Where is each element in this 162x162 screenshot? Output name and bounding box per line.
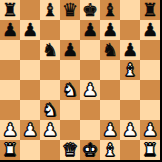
- square-f1[interactable]: ♝: [100, 140, 120, 160]
- piece-black-bishop[interactable]: ♝: [42, 0, 58, 20]
- square-g1[interactable]: [120, 140, 140, 160]
- square-e5[interactable]: [80, 60, 100, 80]
- square-h3[interactable]: [140, 100, 160, 120]
- piece-white-knight[interactable]: ♞: [42, 100, 58, 120]
- square-f2[interactable]: ♟: [100, 120, 120, 140]
- square-a3[interactable]: [0, 100, 20, 120]
- square-b1[interactable]: [20, 140, 40, 160]
- piece-white-pawn[interactable]: ♟: [82, 80, 98, 100]
- square-f7[interactable]: ♟: [100, 20, 120, 40]
- piece-black-pawn[interactable]: ♟: [22, 20, 38, 40]
- piece-white-pawn[interactable]: ♟: [22, 120, 38, 140]
- piece-black-rook[interactable]: ♜: [2, 0, 18, 20]
- square-b5[interactable]: [20, 60, 40, 80]
- square-e2[interactable]: [80, 120, 100, 140]
- piece-white-pawn[interactable]: ♟: [2, 120, 18, 140]
- square-h4[interactable]: [140, 80, 160, 100]
- square-c1[interactable]: [40, 140, 60, 160]
- square-f4[interactable]: [100, 80, 120, 100]
- piece-black-knight[interactable]: ♞: [42, 40, 58, 60]
- square-a8[interactable]: ♜: [0, 0, 20, 20]
- square-h8[interactable]: ♜: [140, 0, 160, 20]
- piece-black-knight[interactable]: ♞: [102, 40, 118, 60]
- square-d8[interactable]: ♛: [60, 0, 80, 20]
- square-d4[interactable]: ♞: [60, 80, 80, 100]
- square-b8[interactable]: [20, 0, 40, 20]
- piece-white-bishop[interactable]: ♝: [102, 140, 118, 160]
- piece-white-pawn[interactable]: ♟: [42, 120, 58, 140]
- square-c4[interactable]: [40, 80, 60, 100]
- square-b4[interactable]: [20, 80, 40, 100]
- square-f5[interactable]: [100, 60, 120, 80]
- square-d3[interactable]: [60, 100, 80, 120]
- square-g5[interactable]: ♝: [120, 60, 140, 80]
- piece-black-pawn[interactable]: ♟: [122, 40, 138, 60]
- square-f6[interactable]: ♞: [100, 40, 120, 60]
- piece-black-pawn[interactable]: ♟: [62, 40, 78, 60]
- piece-white-rook[interactable]: ♜: [2, 140, 18, 160]
- square-b3[interactable]: [20, 100, 40, 120]
- piece-white-knight[interactable]: ♞: [62, 80, 78, 100]
- piece-black-bishop[interactable]: ♝: [102, 0, 118, 20]
- square-d5[interactable]: [60, 60, 80, 80]
- square-e7[interactable]: ♟: [80, 20, 100, 40]
- square-h6[interactable]: [140, 40, 160, 60]
- square-e6[interactable]: [80, 40, 100, 60]
- square-e4[interactable]: ♟: [80, 80, 100, 100]
- piece-white-pawn[interactable]: ♟: [102, 120, 118, 140]
- square-f8[interactable]: ♝: [100, 0, 120, 20]
- piece-white-pawn[interactable]: ♟: [122, 120, 138, 140]
- square-h2[interactable]: ♟: [140, 120, 160, 140]
- square-c8[interactable]: ♝: [40, 0, 60, 20]
- piece-white-pawn[interactable]: ♟: [142, 120, 158, 140]
- square-f3[interactable]: [100, 100, 120, 120]
- square-b2[interactable]: ♟: [20, 120, 40, 140]
- square-c6[interactable]: ♞: [40, 40, 60, 60]
- piece-black-pawn[interactable]: ♟: [102, 20, 118, 40]
- square-a6[interactable]: [0, 40, 20, 60]
- piece-black-pawn[interactable]: ♟: [142, 20, 158, 40]
- square-b6[interactable]: [20, 40, 40, 60]
- square-b7[interactable]: ♟: [20, 20, 40, 40]
- square-c7[interactable]: [40, 20, 60, 40]
- square-g6[interactable]: ♟: [120, 40, 140, 60]
- square-g2[interactable]: ♟: [120, 120, 140, 140]
- square-g3[interactable]: [120, 100, 140, 120]
- square-h1[interactable]: ♜: [140, 140, 160, 160]
- square-a1[interactable]: ♜: [0, 140, 20, 160]
- square-g4[interactable]: [120, 80, 140, 100]
- square-e3[interactable]: [80, 100, 100, 120]
- square-e8[interactable]: ♚: [80, 0, 100, 20]
- chess-board: ♜♝♛♚♝♜♟♟♟♟♟♞♟♞♟♝♞♟♞♟♟♟♟♟♟♜♛♚♝♜: [0, 0, 160, 160]
- square-c3[interactable]: ♞: [40, 100, 60, 120]
- square-a4[interactable]: [0, 80, 20, 100]
- piece-black-pawn[interactable]: ♟: [82, 20, 98, 40]
- square-g7[interactable]: [120, 20, 140, 40]
- square-d1[interactable]: ♛: [60, 140, 80, 160]
- chess-board-frame: ♜♝♛♚♝♜♟♟♟♟♟♞♟♞♟♝♞♟♞♟♟♟♟♟♟♜♛♚♝♜: [0, 0, 162, 162]
- square-g8[interactable]: [120, 0, 140, 20]
- piece-white-bishop[interactable]: ♝: [122, 60, 138, 80]
- piece-white-king[interactable]: ♚: [82, 140, 98, 160]
- square-e1[interactable]: ♚: [80, 140, 100, 160]
- piece-black-pawn[interactable]: ♟: [2, 20, 18, 40]
- square-d2[interactable]: [60, 120, 80, 140]
- square-a7[interactable]: ♟: [0, 20, 20, 40]
- square-h5[interactable]: [140, 60, 160, 80]
- piece-black-rook[interactable]: ♜: [142, 0, 158, 20]
- square-d7[interactable]: [60, 20, 80, 40]
- piece-black-king[interactable]: ♚: [82, 0, 98, 20]
- piece-white-queen[interactable]: ♛: [62, 140, 78, 160]
- square-h7[interactable]: ♟: [140, 20, 160, 40]
- square-c2[interactable]: ♟: [40, 120, 60, 140]
- square-a5[interactable]: [0, 60, 20, 80]
- square-a2[interactable]: ♟: [0, 120, 20, 140]
- square-c5[interactable]: [40, 60, 60, 80]
- piece-black-queen[interactable]: ♛: [62, 0, 78, 20]
- piece-white-rook[interactable]: ♜: [142, 140, 158, 160]
- square-d6[interactable]: ♟: [60, 40, 80, 60]
